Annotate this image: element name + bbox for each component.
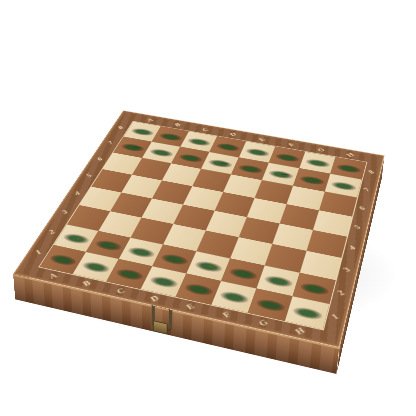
white-rook: ♜ <box>46 225 80 262</box>
black-pawn: ♟ <box>150 130 172 155</box>
black-pawn: ♟ <box>209 141 232 166</box>
black-pawn: ♟ <box>300 157 323 183</box>
folding-chess-box: ABCDEFGH ABCDEFGH 87654321 87654321 ♜♞♝♛… <box>13 110 384 347</box>
black-pawn: ♟ <box>239 146 262 171</box>
black-pawn: ♟ <box>269 151 292 177</box>
latch-catch <box>153 320 168 335</box>
chess-set-photo: ABCDEFGH ABCDEFGH 87654321 87654321 ♜♞♝♛… <box>0 0 416 416</box>
clasp-latch-icon <box>150 302 169 336</box>
black-pawn: ♟ <box>179 135 201 160</box>
white-knight: ♞ <box>250 261 292 307</box>
square-h4 <box>307 230 347 258</box>
white-rook: ♜ <box>289 276 325 316</box>
